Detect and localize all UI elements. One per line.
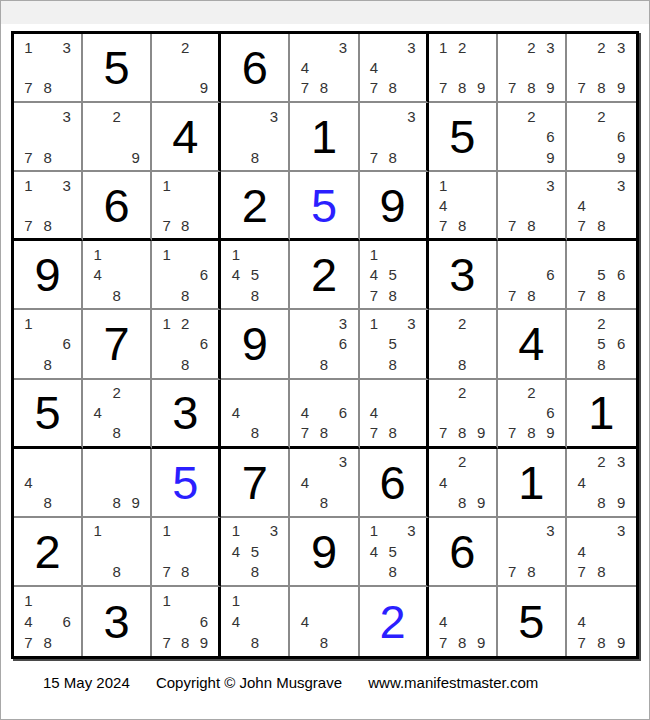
cell-r4c9[interactable]: 5678 — [567, 241, 636, 310]
cell-r5c8[interactable]: 4 — [498, 310, 567, 379]
cell-r3c8[interactable]: 378 — [498, 172, 567, 241]
pencil-mark-slot — [383, 126, 402, 146]
cell-r4c7[interactable]: 3 — [429, 241, 498, 310]
pencil-mark-slot — [176, 195, 195, 215]
pencil-mark-slot: 6 — [334, 334, 353, 354]
pencil-mark-slot — [226, 285, 245, 305]
pencil-mark-slot: 8 — [176, 354, 195, 374]
pencil-mark-slot — [157, 541, 176, 561]
pencil-mark-slot — [226, 126, 245, 146]
pencil-mark-slot: 8 — [314, 78, 333, 98]
pencil-mark-slot — [383, 57, 402, 77]
pencil-marks: 378 — [360, 103, 426, 170]
pencil-mark-slot: 4 — [226, 611, 245, 632]
given-digit: 5 — [104, 44, 130, 91]
pencil-marks: 1378 — [14, 34, 81, 101]
pencil-mark-slot — [503, 383, 522, 403]
pencil-mark-slot — [572, 590, 592, 611]
pencil-mark-slot: 2 — [522, 37, 541, 57]
pencil-mark-slot: 2 — [453, 452, 472, 472]
cell-r7c8[interactable]: 1 — [498, 449, 567, 518]
cell-r2c1[interactable]: 378 — [14, 103, 83, 172]
pencil-mark-slot: 3 — [611, 175, 631, 195]
cell-r1c7[interactable]: 12789 — [429, 34, 498, 103]
pencil-mark-slot — [295, 334, 314, 354]
cell-r3c4[interactable]: 2 — [221, 172, 290, 241]
cell-r4c2[interactable]: 148 — [83, 241, 152, 310]
pencil-mark-slot: 8 — [38, 632, 57, 653]
pencil-mark-slot — [402, 265, 421, 285]
pencil-mark-slot — [453, 403, 472, 423]
pencil-mark-slot: 6 — [611, 334, 631, 354]
pencil-mark-slot: 3 — [334, 452, 353, 472]
cell-r4c8[interactable]: 678 — [498, 241, 567, 310]
pencil-marks: 178 — [152, 172, 218, 238]
pencil-mark-slot — [611, 57, 631, 77]
pencil-mark-slot: 7 — [572, 285, 592, 305]
pencil-mark-slot: 6 — [195, 265, 214, 285]
sudoku-board: 1378529634783478127892378923789378294381… — [11, 31, 639, 659]
pencil-mark-slot — [572, 57, 592, 77]
pencil-mark-slot — [107, 452, 126, 472]
pencil-mark-slot — [88, 106, 107, 126]
pencil-marks: 2568 — [567, 310, 636, 377]
pencil-mark-slot — [503, 244, 522, 264]
pencil-mark-slot: 8 — [176, 562, 195, 582]
pencil-mark-slot: 7 — [19, 78, 38, 98]
cell-r7c9[interactable]: 23489 — [567, 449, 636, 518]
pencil-mark-slot — [264, 126, 283, 146]
cell-r8c8[interactable]: 378 — [498, 518, 567, 587]
pencil-mark-slot: 2 — [453, 313, 472, 333]
pencil-mark-slot — [592, 611, 612, 632]
cell-r3c2[interactable]: 6 — [83, 172, 152, 241]
cell-r5c1[interactable]: 168 — [14, 310, 83, 379]
cell-r1c5[interactable]: 3478 — [290, 34, 359, 103]
cell-r8c6[interactable]: 13458 — [360, 518, 429, 587]
cell-r9c4[interactable]: 148 — [221, 587, 290, 656]
pencil-mark-slot — [195, 57, 214, 77]
cell-r4c6[interactable]: 14578 — [360, 241, 429, 310]
pencil-mark-slot — [157, 611, 176, 632]
pencil-mark-slot — [88, 285, 107, 305]
pencil-mark-slot — [88, 562, 107, 582]
pencil-mark-slot — [365, 562, 384, 582]
pencil-mark-slot — [611, 472, 631, 492]
cell-r8c3[interactable]: 178 — [152, 518, 221, 587]
pencil-mark-slot — [176, 78, 195, 98]
pencil-mark-slot — [264, 244, 283, 264]
pencil-marks: 4678 — [290, 380, 357, 446]
pencil-mark-slot: 1 — [226, 590, 245, 611]
cell-r1c4[interactable]: 6 — [221, 34, 290, 103]
pencil-mark-slot — [402, 334, 421, 354]
pencil-mark-slot — [592, 541, 612, 561]
pencil-mark-slot — [264, 590, 283, 611]
pencil-mark-slot — [264, 147, 283, 167]
pencil-marks: 13458 — [221, 518, 288, 585]
cell-r6c5[interactable]: 4678 — [290, 380, 359, 449]
pencil-mark-slot — [334, 78, 353, 98]
cell-r7c1[interactable]: 48 — [14, 449, 83, 518]
pencil-mark-slot — [126, 126, 145, 146]
pencil-mark-slot — [107, 244, 126, 264]
pencil-mark-slot — [434, 452, 453, 472]
pencil-mark-slot — [19, 126, 38, 146]
pencil-mark-slot — [592, 590, 612, 611]
pencil-mark-slot: 9 — [611, 492, 631, 512]
pencil-mark-slot: 2 — [592, 313, 612, 333]
pencil-mark-slot: 9 — [195, 78, 214, 98]
footer-website: www.manifestmaster.com — [368, 674, 538, 691]
pencil-mark-slot — [503, 57, 522, 77]
cell-r6c8[interactable]: 26789 — [498, 380, 567, 449]
given-digit: 6 — [449, 528, 475, 575]
cell-r9c8[interactable]: 5 — [498, 587, 567, 656]
cell-r8c1[interactable]: 2 — [14, 518, 83, 587]
cell-r2c6[interactable]: 378 — [360, 103, 429, 172]
cell-r8c9[interactable]: 3478 — [567, 518, 636, 587]
cell-r5c6[interactable]: 1358 — [360, 310, 429, 379]
pencil-mark-slot: 7 — [503, 215, 522, 235]
pencil-mark-slot: 3 — [334, 37, 353, 57]
pencil-mark-slot: 9 — [472, 632, 491, 653]
cell-r1c9[interactable]: 23789 — [567, 34, 636, 103]
cell-r6c3[interactable]: 3 — [152, 380, 221, 449]
cell-r5c2[interactable]: 7 — [83, 310, 152, 379]
cell-r8c5[interactable]: 9 — [290, 518, 359, 587]
pencil-mark-slot — [611, 106, 631, 126]
pencil-mark-slot — [38, 611, 57, 632]
cell-r3c6[interactable]: 9 — [360, 172, 429, 241]
pencil-mark-slot: 2 — [176, 313, 195, 333]
pencil-marks: 18 — [83, 518, 150, 585]
pencil-mark-slot: 7 — [157, 562, 176, 582]
cell-r2c2[interactable]: 29 — [83, 103, 152, 172]
pencil-mark-slot — [334, 492, 353, 512]
cell-r2c7[interactable]: 5 — [429, 103, 498, 172]
pencil-mark-slot: 8 — [245, 632, 264, 653]
cell-r3c7[interactable]: 1478 — [429, 172, 498, 241]
cell-r3c3[interactable]: 178 — [152, 172, 221, 241]
pencil-mark-slot — [314, 313, 333, 333]
pencil-mark-slot — [57, 126, 76, 146]
cell-r1c8[interactable]: 23789 — [498, 34, 567, 103]
cell-r7c6[interactable]: 6 — [360, 449, 429, 518]
pencil-mark-slot: 8 — [383, 78, 402, 98]
cell-r1c2[interactable]: 5 — [83, 34, 152, 103]
cell-r9c6[interactable]: 2 — [360, 587, 429, 656]
pencil-mark-slot — [126, 244, 145, 264]
pencil-mark-slot — [472, 611, 491, 632]
pencil-mark-slot — [19, 492, 38, 512]
pencil-mark-slot — [126, 403, 145, 423]
cell-r5c5[interactable]: 368 — [290, 310, 359, 379]
pencil-mark-slot: 8 — [453, 423, 472, 443]
pencil-mark-slot — [195, 541, 214, 561]
pencil-mark-slot: 9 — [472, 492, 491, 512]
pencil-marks: 23489 — [567, 449, 636, 516]
pencil-marks: 248 — [83, 380, 150, 446]
pencil-mark-slot — [522, 541, 541, 561]
given-digit: 4 — [518, 320, 544, 367]
pencil-mark-slot — [472, 452, 491, 472]
pencil-mark-slot: 4 — [295, 403, 314, 423]
cell-r7c7[interactable]: 2489 — [429, 449, 498, 518]
pencil-mark-slot: 4 — [19, 611, 38, 632]
pencil-mark-slot: 8 — [38, 147, 57, 167]
pencil-mark-slot: 4 — [434, 472, 453, 492]
cell-r7c3[interactable]: 5 — [152, 449, 221, 518]
pencil-marks: 14678 — [14, 587, 81, 656]
pencil-mark-slot: 8 — [245, 285, 264, 305]
pencil-mark-slot: 3 — [541, 175, 560, 195]
pencil-mark-slot: 5 — [383, 334, 402, 354]
pencil-mark-slot — [503, 541, 522, 561]
pencil-marks: 12789 — [429, 34, 496, 101]
pencil-mark-slot: 3 — [264, 106, 283, 126]
pencil-mark-slot: 8 — [176, 285, 195, 305]
pencil-mark-slot — [383, 383, 402, 403]
cell-r9c3[interactable]: 16789 — [152, 587, 221, 656]
pencil-marks: 3478 — [567, 518, 636, 585]
pencil-mark-slot — [19, 452, 38, 472]
pencil-mark-slot — [572, 147, 592, 167]
pencil-mark-slot — [126, 423, 145, 443]
pencil-mark-slot: 7 — [295, 423, 314, 443]
pencil-mark-slot: 4 — [572, 541, 592, 561]
cell-r2c5[interactable]: 1 — [290, 103, 359, 172]
pencil-mark-slot: 8 — [592, 562, 612, 582]
pencil-mark-slot — [38, 106, 57, 126]
cell-r7c4[interactable]: 7 — [221, 449, 290, 518]
pencil-mark-slot — [19, 106, 38, 126]
cell-r3c9[interactable]: 3478 — [567, 172, 636, 241]
pencil-mark-slot — [57, 215, 76, 235]
pencil-mark-slot — [19, 57, 38, 77]
pencil-mark-slot — [157, 334, 176, 354]
pencil-marks: 1358 — [360, 310, 426, 377]
cell-r2c9[interactable]: 269 — [567, 103, 636, 172]
cell-r7c5[interactable]: 348 — [290, 449, 359, 518]
pencil-mark-slot: 8 — [592, 78, 612, 98]
pencil-mark-slot — [472, 354, 491, 374]
pencil-mark-slot — [126, 541, 145, 561]
pencil-marks: 2489 — [429, 449, 496, 516]
pencil-mark-slot: 8 — [522, 285, 541, 305]
cell-r4c4[interactable]: 1458 — [221, 241, 290, 310]
given-digit: 1 — [311, 113, 337, 160]
cell-r2c3[interactable]: 4 — [152, 103, 221, 172]
pencil-mark-slot: 2 — [107, 106, 126, 126]
pencil-mark-slot — [226, 423, 245, 443]
entered-digit: 2 — [380, 598, 406, 645]
pencil-mark-slot — [472, 383, 491, 403]
pencil-mark-slot — [88, 147, 107, 167]
cell-r5c7[interactable]: 28 — [429, 310, 498, 379]
cell-r2c4[interactable]: 38 — [221, 103, 290, 172]
pencil-mark-slot — [572, 452, 592, 472]
pencil-mark-slot — [314, 472, 333, 492]
pencil-mark-slot: 7 — [434, 632, 453, 653]
cell-r2c8[interactable]: 269 — [498, 103, 567, 172]
cell-r8c2[interactable]: 18 — [83, 518, 152, 587]
cell-r1c6[interactable]: 3478 — [360, 34, 429, 103]
pencil-mark-slot — [503, 265, 522, 285]
cell-r6c9[interactable]: 1 — [567, 380, 636, 449]
pencil-mark-slot: 9 — [541, 423, 560, 443]
pencil-mark-slot: 4 — [226, 541, 245, 561]
pencil-mark-slot — [365, 126, 384, 146]
given-digit: 3 — [104, 598, 130, 645]
pencil-mark-slot — [57, 147, 76, 167]
cell-r6c6[interactable]: 478 — [360, 380, 429, 449]
pencil-mark-slot: 4 — [434, 195, 453, 215]
pencil-mark-slot — [38, 195, 57, 215]
pencil-mark-slot — [176, 334, 195, 354]
pencil-mark-slot: 4 — [365, 265, 384, 285]
pencil-mark-slot — [402, 383, 421, 403]
pencil-mark-slot — [195, 37, 214, 57]
given-digit: 3 — [172, 389, 198, 436]
pencil-mark-slot — [611, 611, 631, 632]
pencil-mark-slot — [572, 492, 592, 512]
pencil-mark-slot — [611, 590, 631, 611]
pencil-mark-slot — [126, 106, 145, 126]
pencil-marks: 269 — [567, 103, 636, 170]
cell-r6c2[interactable]: 248 — [83, 380, 152, 449]
pencil-mark-slot: 7 — [365, 423, 384, 443]
pencil-mark-slot — [264, 383, 283, 403]
pencil-mark-slot: 8 — [383, 354, 402, 374]
cell-r9c5[interactable]: 48 — [290, 587, 359, 656]
pencil-mark-slot — [176, 611, 195, 632]
cell-r5c9[interactable]: 2568 — [567, 310, 636, 379]
cell-r3c5[interactable]: 5 — [290, 172, 359, 241]
cell-r3c1[interactable]: 1378 — [14, 172, 83, 241]
pencil-mark-slot: 8 — [453, 215, 472, 235]
pencil-mark-slot — [402, 403, 421, 423]
pencil-mark-slot — [314, 383, 333, 403]
pencil-mark-slot — [57, 354, 76, 374]
cell-r4c1[interactable]: 9 — [14, 241, 83, 310]
cell-r7c2[interactable]: 89 — [83, 449, 152, 518]
pencil-mark-slot: 8 — [383, 285, 402, 305]
cell-r5c4[interactable]: 9 — [221, 310, 290, 379]
pencil-marks: 89 — [83, 449, 150, 516]
pencil-mark-slot: 6 — [611, 126, 631, 146]
pencil-mark-slot — [226, 147, 245, 167]
cell-r4c5[interactable]: 2 — [290, 241, 359, 310]
pencil-mark-slot: 8 — [453, 78, 472, 98]
pencil-mark-slot — [88, 423, 107, 443]
pencil-mark-slot — [245, 126, 264, 146]
pencil-mark-slot: 1 — [434, 37, 453, 57]
pencil-marks: 16789 — [152, 587, 218, 656]
pencil-mark-slot: 6 — [334, 403, 353, 423]
pencil-mark-slot — [245, 106, 264, 126]
pencil-mark-slot — [334, 632, 353, 653]
cell-r9c1[interactable]: 14678 — [14, 587, 83, 656]
pencil-mark-slot: 2 — [592, 106, 612, 126]
pencil-mark-slot — [402, 244, 421, 264]
cell-r9c7[interactable]: 4789 — [429, 587, 498, 656]
pencil-mark-slot — [314, 611, 333, 632]
cell-r5c3[interactable]: 1268 — [152, 310, 221, 379]
pencil-mark-slot: 8 — [383, 423, 402, 443]
pencil-mark-slot: 3 — [57, 106, 76, 126]
pencil-marks: 23789 — [567, 34, 636, 101]
pencil-mark-slot: 8 — [592, 215, 612, 235]
pencil-mark-slot — [295, 313, 314, 333]
pencil-mark-slot — [572, 334, 592, 354]
pencil-mark-slot — [176, 265, 195, 285]
cell-r1c1[interactable]: 1378 — [14, 34, 83, 103]
pencil-mark-slot: 9 — [541, 78, 560, 98]
pencil-mark-slot — [453, 334, 472, 354]
pencil-mark-slot: 1 — [19, 313, 38, 333]
pencil-mark-slot — [57, 195, 76, 215]
cell-r4c3[interactable]: 168 — [152, 241, 221, 310]
pencil-mark-slot — [195, 195, 214, 215]
cell-r9c9[interactable]: 4789 — [567, 587, 636, 656]
pencil-marks: 4789 — [567, 587, 636, 656]
pencil-mark-slot: 7 — [434, 78, 453, 98]
given-digit: 6 — [380, 459, 406, 506]
pencil-marks: 14578 — [360, 241, 426, 308]
pencil-mark-slot — [503, 147, 522, 167]
pencil-mark-slot: 4 — [19, 472, 38, 492]
pencil-mark-slot: 1 — [19, 590, 38, 611]
given-digit: 3 — [449, 251, 475, 298]
cell-r6c7[interactable]: 2789 — [429, 380, 498, 449]
pencil-mark-slot — [314, 334, 333, 354]
pencil-mark-slot — [611, 313, 631, 333]
pencil-mark-slot — [226, 106, 245, 126]
pencil-mark-slot: 8 — [314, 423, 333, 443]
pencil-mark-slot: 5 — [383, 541, 402, 561]
pencil-mark-slot — [522, 265, 541, 285]
pencil-mark-slot — [522, 147, 541, 167]
pencil-mark-slot — [57, 632, 76, 653]
pencil-mark-slot: 3 — [57, 37, 76, 57]
pencil-mark-slot — [157, 285, 176, 305]
pencil-mark-slot: 6 — [57, 334, 76, 354]
pencil-mark-slot: 8 — [383, 147, 402, 167]
pencil-marks: 48 — [221, 380, 288, 446]
given-digit: 5 — [518, 598, 544, 645]
pencil-mark-slot — [19, 195, 38, 215]
pencil-marks: 168 — [152, 241, 218, 308]
pencil-mark-slot: 1 — [157, 244, 176, 264]
pencil-mark-slot: 1 — [365, 244, 384, 264]
pencil-mark-slot: 1 — [157, 313, 176, 333]
pencil-mark-slot — [264, 611, 283, 632]
pencil-mark-slot: 4 — [365, 541, 384, 561]
cell-r1c3[interactable]: 29 — [152, 34, 221, 103]
pencil-mark-slot: 3 — [402, 106, 421, 126]
cell-r8c4[interactable]: 13458 — [221, 518, 290, 587]
cell-r6c4[interactable]: 48 — [221, 380, 290, 449]
pencil-mark-slot — [572, 244, 592, 264]
pencil-mark-slot: 2 — [592, 37, 612, 57]
cell-r8c7[interactable]: 6 — [429, 518, 498, 587]
pencil-mark-slot — [176, 590, 195, 611]
cell-r9c2[interactable]: 3 — [83, 587, 152, 656]
cell-r6c1[interactable]: 5 — [14, 380, 83, 449]
pencil-mark-slot — [365, 383, 384, 403]
pencil-mark-slot — [541, 57, 560, 77]
